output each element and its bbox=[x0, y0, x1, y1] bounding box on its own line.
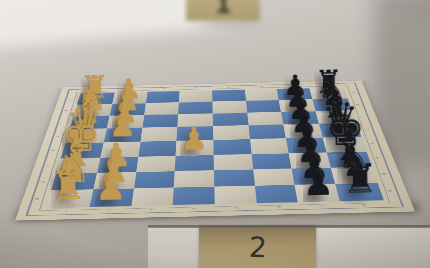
square-g3 bbox=[134, 171, 175, 188]
coord-rank-7-near: 7 bbox=[319, 204, 324, 207]
chess-board-3d: ♜♟♟♜♞♟♟♞♝♟♟♝♛♟♟♛♚♟♟♚♝♟♟♝♞♟♟♞♜♟♟♜ 1122334… bbox=[15, 80, 415, 220]
coord-rank-4-near: 4 bbox=[192, 207, 196, 210]
square-h1: ♜ bbox=[46, 189, 94, 208]
table-number-2: 2 bbox=[248, 231, 267, 265]
coord-rank-5-far: 5 bbox=[227, 86, 230, 88]
table-number-1: 1 bbox=[215, 0, 232, 19]
coord-rank-6-far: 6 bbox=[259, 86, 263, 88]
square-h4 bbox=[173, 187, 215, 205]
square-f6 bbox=[251, 153, 292, 169]
coord-file-g-right: g bbox=[382, 173, 387, 175]
coord-file-h-right: h bbox=[388, 190, 393, 193]
square-b4 bbox=[178, 102, 212, 115]
coord-rank-3-far: 3 bbox=[162, 88, 166, 90]
square-c6 bbox=[247, 112, 284, 125]
square-e6 bbox=[250, 138, 289, 154]
coord-rank-2-near: 2 bbox=[106, 209, 111, 212]
square-d6 bbox=[248, 125, 286, 139]
square-b6 bbox=[246, 100, 282, 113]
square-g5 bbox=[214, 169, 255, 186]
square-f4 bbox=[175, 155, 214, 171]
square-e5 bbox=[213, 139, 251, 155]
coord-rank-8-near: 8 bbox=[362, 203, 367, 206]
chess-board: ♜♟♟♜♞♟♟♞♝♟♟♝♛♟♟♛♚♟♟♚♝♟♟♝♞♟♟♞♜♟♟♜ 1122334… bbox=[15, 80, 415, 220]
coord-file-h-left: h bbox=[35, 198, 40, 201]
square-h8: ♜ bbox=[335, 183, 384, 201]
square-c5 bbox=[213, 113, 249, 126]
square-b3 bbox=[144, 102, 179, 115]
coord-rank-5-near: 5 bbox=[234, 206, 239, 209]
square-c3 bbox=[142, 114, 178, 127]
coord-file-g-left: g bbox=[40, 180, 45, 183]
square-h3 bbox=[131, 188, 174, 206]
square-a6 bbox=[245, 89, 280, 101]
square-a3 bbox=[146, 91, 180, 103]
square-h6 bbox=[255, 185, 299, 203]
square-e4: ♟ bbox=[176, 140, 214, 156]
square-f3 bbox=[136, 156, 176, 172]
coord-rank-4-far: 4 bbox=[194, 87, 197, 89]
square-g6 bbox=[253, 168, 295, 185]
square-d3 bbox=[140, 127, 177, 142]
board-grid: ♜♟♟♜♞♟♟♞♝♟♟♝♛♟♟♛♚♟♟♚♝♟♟♝♞♟♟♞♜♟♟♜ bbox=[46, 87, 384, 208]
coord-rank-3-near: 3 bbox=[149, 208, 154, 211]
table-number-card-1: 1 bbox=[186, 0, 260, 21]
table-number-card-2: 2 bbox=[199, 228, 316, 268]
square-h2: ♟ bbox=[89, 188, 133, 207]
square-b5 bbox=[212, 101, 247, 114]
square-a4 bbox=[179, 90, 212, 102]
tournament-chess-photo: 1 ♜♟♟♜♞♟♟♞♝♟♟♝♛♟♟♛♚♟♟♚♝♟♟♝♞♟♟♞♜♟♟♜ 11223… bbox=[0, 0, 430, 268]
square-g4 bbox=[174, 170, 214, 187]
white-pawn: ♟ bbox=[95, 171, 127, 204]
white-pawn: ♟ bbox=[180, 124, 209, 154]
square-f5 bbox=[214, 154, 253, 170]
square-a5 bbox=[212, 90, 246, 102]
square-h7: ♟ bbox=[295, 184, 340, 202]
coord-rank-6-near: 6 bbox=[277, 205, 282, 208]
black-pawn: ♟ bbox=[302, 166, 334, 199]
black-rook: ♜ bbox=[342, 161, 378, 198]
coord-rank-1-near: 1 bbox=[63, 210, 68, 213]
white-rook: ♜ bbox=[50, 168, 86, 205]
square-h5 bbox=[214, 186, 256, 204]
square-d5 bbox=[213, 125, 250, 139]
square-e3 bbox=[138, 141, 177, 157]
